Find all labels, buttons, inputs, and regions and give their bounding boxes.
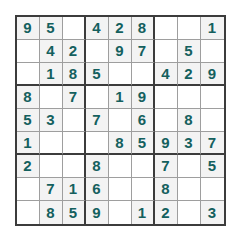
- cell-r5c1[interactable]: 5: [17, 109, 40, 132]
- cell-r7c3[interactable]: [63, 155, 86, 178]
- cell-r5c7[interactable]: [155, 109, 178, 132]
- cell-r4c2[interactable]: [40, 86, 63, 109]
- cell-r8c1[interactable]: [17, 178, 40, 201]
- cell-r7c9[interactable]: 5: [201, 155, 224, 178]
- cell-r7c1[interactable]: 2: [17, 155, 40, 178]
- cell-r1c8[interactable]: [178, 17, 201, 40]
- cell-r9c2[interactable]: 8: [40, 201, 63, 224]
- cell-r4c8[interactable]: [178, 86, 201, 109]
- cell-r9c9[interactable]: 3: [201, 201, 224, 224]
- cell-r1c9[interactable]: 1: [201, 17, 224, 40]
- cell-r2c4[interactable]: [86, 40, 109, 63]
- cell-r4c6[interactable]: 9: [132, 86, 155, 109]
- cell-r2c7[interactable]: [155, 40, 178, 63]
- cell-r6c8[interactable]: 3: [178, 132, 201, 155]
- cell-r6c7[interactable]: 9: [155, 132, 178, 155]
- sudoku-page: 9542814297518542987195376818593728757168…: [0, 0, 240, 240]
- cell-r1c4[interactable]: 4: [86, 17, 109, 40]
- cell-r8c6[interactable]: [132, 178, 155, 201]
- cell-r5c9[interactable]: [201, 109, 224, 132]
- cell-r6c9[interactable]: 7: [201, 132, 224, 155]
- cell-r7c7[interactable]: 7: [155, 155, 178, 178]
- cell-r9c5[interactable]: [109, 201, 132, 224]
- cell-r4c1[interactable]: 8: [17, 86, 40, 109]
- cell-r2c9[interactable]: [201, 40, 224, 63]
- cell-r4c9[interactable]: [201, 86, 224, 109]
- cell-r3c5[interactable]: [109, 63, 132, 86]
- cell-r3c3[interactable]: 8: [63, 63, 86, 86]
- cell-r3c4[interactable]: 5: [86, 63, 109, 86]
- cell-r2c3[interactable]: 2: [63, 40, 86, 63]
- cell-r6c1[interactable]: 1: [17, 132, 40, 155]
- cell-r2c8[interactable]: 5: [178, 40, 201, 63]
- cell-r8c2[interactable]: 7: [40, 178, 63, 201]
- cell-r1c7[interactable]: [155, 17, 178, 40]
- cell-r4c5[interactable]: 1: [109, 86, 132, 109]
- cell-r9c8[interactable]: [178, 201, 201, 224]
- cell-r3c2[interactable]: 1: [40, 63, 63, 86]
- cell-r1c3[interactable]: [63, 17, 86, 40]
- cell-r5c6[interactable]: 6: [132, 109, 155, 132]
- cell-r5c5[interactable]: [109, 109, 132, 132]
- cell-r9c7[interactable]: 2: [155, 201, 178, 224]
- cell-r5c2[interactable]: 3: [40, 109, 63, 132]
- cell-r3c6[interactable]: [132, 63, 155, 86]
- cell-r9c3[interactable]: 5: [63, 201, 86, 224]
- cell-r1c2[interactable]: 5: [40, 17, 63, 40]
- cell-r6c2[interactable]: [40, 132, 63, 155]
- cell-r6c5[interactable]: 8: [109, 132, 132, 155]
- sudoku-board: 9542814297518542987195376818593728757168…: [15, 15, 226, 226]
- cell-r1c6[interactable]: 8: [132, 17, 155, 40]
- cell-r2c1[interactable]: [17, 40, 40, 63]
- cell-r5c8[interactable]: 8: [178, 109, 201, 132]
- cell-r5c3[interactable]: [63, 109, 86, 132]
- cell-r2c6[interactable]: 7: [132, 40, 155, 63]
- cell-r9c1[interactable]: [17, 201, 40, 224]
- cell-r3c8[interactable]: 2: [178, 63, 201, 86]
- cell-r6c6[interactable]: 5: [132, 132, 155, 155]
- cell-r9c6[interactable]: 1: [132, 201, 155, 224]
- cell-r8c8[interactable]: [178, 178, 201, 201]
- cell-r2c5[interactable]: 9: [109, 40, 132, 63]
- cell-r5c4[interactable]: 7: [86, 109, 109, 132]
- cell-r7c4[interactable]: 8: [86, 155, 109, 178]
- cell-r3c9[interactable]: 9: [201, 63, 224, 86]
- cell-r8c5[interactable]: [109, 178, 132, 201]
- cell-r4c4[interactable]: [86, 86, 109, 109]
- cell-r7c2[interactable]: [40, 155, 63, 178]
- cell-r7c8[interactable]: [178, 155, 201, 178]
- cell-r8c3[interactable]: 1: [63, 178, 86, 201]
- cell-r7c6[interactable]: [132, 155, 155, 178]
- cell-r6c3[interactable]: [63, 132, 86, 155]
- cell-r8c4[interactable]: 6: [86, 178, 109, 201]
- cell-r1c5[interactable]: 2: [109, 17, 132, 40]
- cell-r4c3[interactable]: 7: [63, 86, 86, 109]
- cell-r8c9[interactable]: [201, 178, 224, 201]
- cell-r8c7[interactable]: 8: [155, 178, 178, 201]
- cell-r2c2[interactable]: 4: [40, 40, 63, 63]
- cell-r3c7[interactable]: 4: [155, 63, 178, 86]
- cell-r1c1[interactable]: 9: [17, 17, 40, 40]
- cell-r3c1[interactable]: [17, 63, 40, 86]
- cell-r4c7[interactable]: [155, 86, 178, 109]
- cell-r7c5[interactable]: [109, 155, 132, 178]
- cell-r9c4[interactable]: 9: [86, 201, 109, 224]
- cell-r6c4[interactable]: [86, 132, 109, 155]
